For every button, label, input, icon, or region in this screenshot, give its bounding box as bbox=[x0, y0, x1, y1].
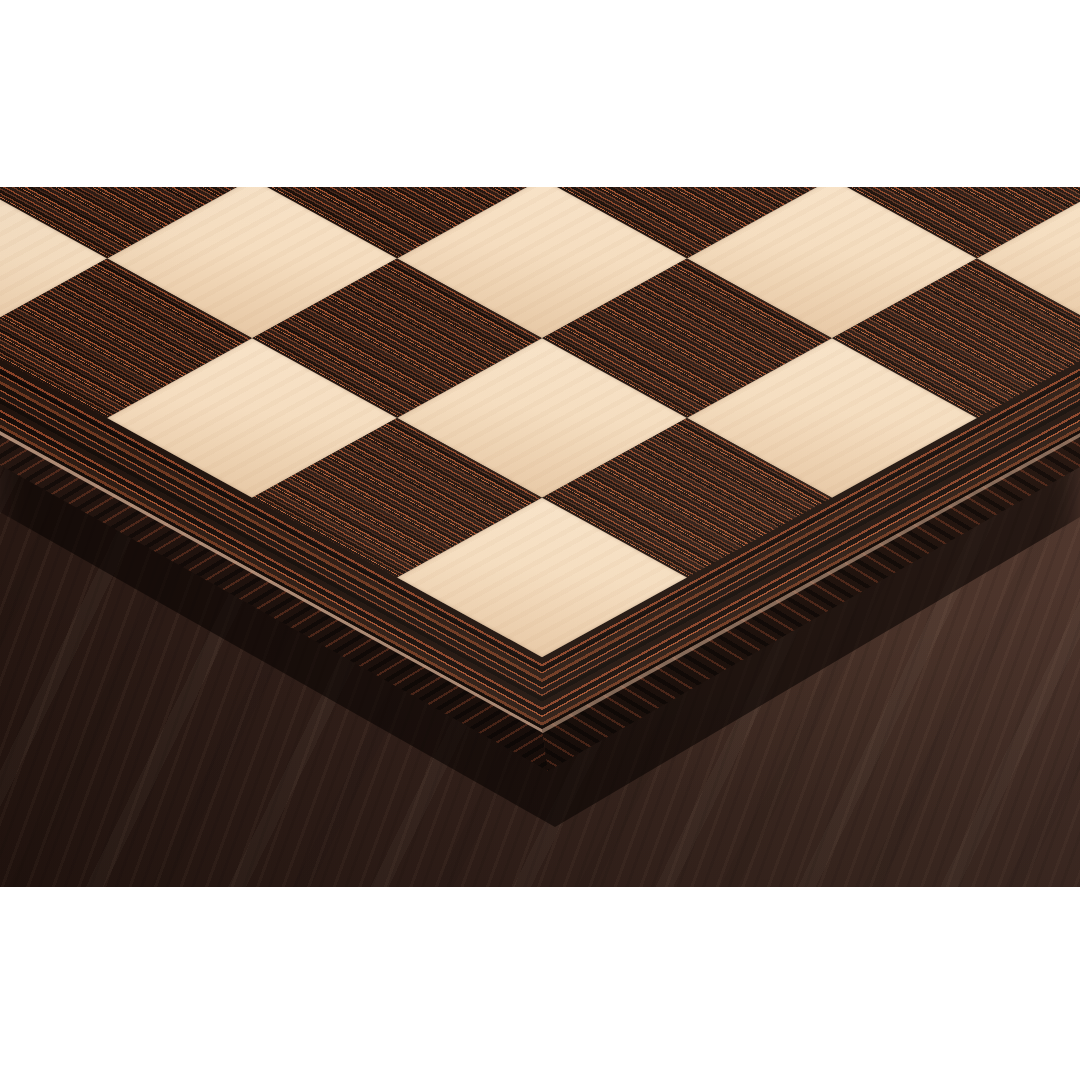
photo-frame bbox=[0, 187, 1080, 887]
white-margin-top bbox=[0, 0, 1080, 187]
white-margin-bottom bbox=[0, 887, 1080, 1080]
